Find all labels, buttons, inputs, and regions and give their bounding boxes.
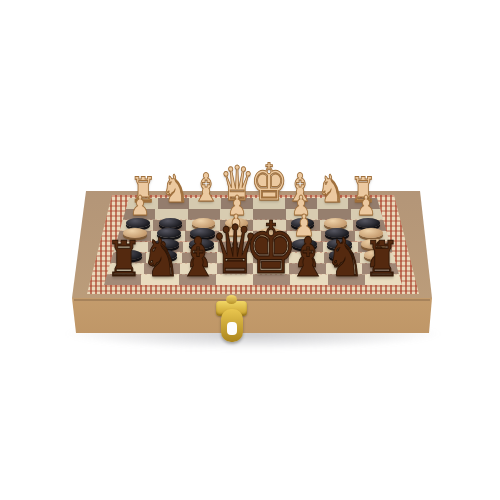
square-c3 — [182, 252, 218, 263]
board-rank-6 — [120, 220, 387, 231]
square-g6 — [320, 220, 353, 231]
square-h3 — [360, 252, 396, 263]
chess-board — [0, 0, 500, 500]
square-a5 — [117, 231, 151, 242]
square-a8 — [126, 198, 158, 209]
board-rank-5 — [117, 231, 390, 242]
square-c4 — [183, 242, 218, 253]
square-c2 — [180, 263, 216, 274]
square-h5 — [355, 231, 389, 242]
square-b3 — [146, 252, 182, 263]
square-b8 — [158, 198, 190, 209]
square-c5 — [185, 231, 219, 242]
clasp-hole — [227, 322, 237, 335]
square-c8 — [189, 198, 221, 209]
square-d4 — [218, 242, 253, 253]
square-c7 — [188, 209, 221, 220]
square-a4 — [113, 242, 148, 253]
board-rank-7 — [123, 209, 384, 220]
square-b2 — [144, 263, 180, 274]
square-h6 — [353, 220, 386, 231]
square-f5 — [287, 231, 321, 242]
square-b6 — [153, 220, 186, 231]
square-f8 — [285, 198, 317, 209]
square-e7 — [253, 209, 286, 220]
square-d6 — [220, 220, 253, 231]
brass-clasp-icon — [221, 309, 243, 342]
square-g7 — [318, 209, 351, 220]
square-f3 — [289, 252, 325, 263]
square-g2 — [326, 263, 362, 274]
square-e6 — [253, 220, 286, 231]
square-f4 — [288, 242, 323, 253]
square-d2 — [217, 263, 253, 274]
square-a1 — [104, 274, 141, 285]
square-a3 — [110, 252, 146, 263]
square-e5 — [253, 231, 287, 242]
square-e3 — [253, 252, 289, 263]
square-g5 — [321, 231, 355, 242]
square-g8 — [317, 198, 349, 209]
product-photo-chess-set: ♜♞♝♛♚♝♞♜♟♟♟♟♟♟♟♟♟♟♟♟♜♞♝♛♚♝♞♜ — [0, 0, 500, 500]
square-b1 — [141, 274, 178, 285]
square-a6 — [120, 220, 153, 231]
board-rank-2 — [107, 263, 399, 274]
square-a7 — [123, 209, 156, 220]
square-h7 — [351, 209, 384, 220]
square-e8 — [253, 198, 285, 209]
square-g4 — [323, 242, 358, 253]
square-h2 — [362, 263, 398, 274]
square-e1 — [253, 274, 290, 285]
board-rank-1 — [104, 274, 402, 285]
square-f6 — [286, 220, 319, 231]
square-c1 — [179, 274, 216, 285]
square-d3 — [217, 252, 253, 263]
square-h4 — [358, 242, 393, 253]
square-b4 — [148, 242, 183, 253]
square-h1 — [365, 274, 402, 285]
square-d8 — [221, 198, 253, 209]
board-rank-8 — [126, 198, 380, 209]
square-b7 — [155, 209, 188, 220]
square-d1 — [216, 274, 253, 285]
square-g1 — [328, 274, 365, 285]
square-f1 — [290, 274, 327, 285]
square-d7 — [220, 209, 253, 220]
square-b5 — [151, 231, 185, 242]
board-rank-3 — [110, 252, 396, 263]
square-d5 — [219, 231, 253, 242]
square-c6 — [186, 220, 219, 231]
square-h8 — [348, 198, 380, 209]
board-rank-4 — [113, 242, 392, 253]
square-f7 — [286, 209, 319, 220]
square-g3 — [324, 252, 360, 263]
clasp-knob — [226, 295, 237, 304]
square-e4 — [253, 242, 288, 253]
square-e2 — [253, 263, 289, 274]
square-a2 — [107, 263, 143, 274]
square-f2 — [289, 263, 325, 274]
